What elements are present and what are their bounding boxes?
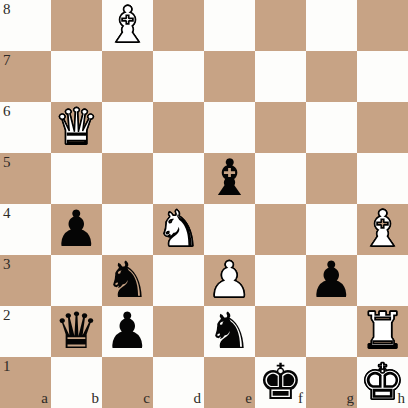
black-pawn-icon: ♟ xyxy=(105,306,150,357)
square-e8[interactable] xyxy=(204,0,255,51)
square-b8[interactable] xyxy=(51,0,102,51)
square-f8[interactable] xyxy=(255,0,306,51)
square-g4[interactable] xyxy=(306,204,357,255)
piece-black-knight[interactable]: ♞ xyxy=(102,255,153,306)
square-g7[interactable] xyxy=(306,51,357,102)
black-bishop-icon: ♝ xyxy=(207,153,252,204)
white-rook-icon: ♜ xyxy=(360,306,405,357)
square-d3[interactable] xyxy=(153,255,204,306)
piece-black-bishop[interactable]: ♝ xyxy=(204,153,255,204)
square-d1[interactable] xyxy=(153,357,204,408)
square-e5[interactable]: ♝ xyxy=(204,153,255,204)
square-e2[interactable]: ♞ xyxy=(204,306,255,357)
square-a7[interactable] xyxy=(0,51,51,102)
square-h6[interactable] xyxy=(357,102,408,153)
white-pawn-icon: ♟ xyxy=(207,255,252,306)
square-g6[interactable] xyxy=(306,102,357,153)
square-e3[interactable]: ♟ xyxy=(204,255,255,306)
square-g5[interactable] xyxy=(306,153,357,204)
black-knight-icon: ♞ xyxy=(207,306,252,357)
square-d7[interactable] xyxy=(153,51,204,102)
piece-black-knight[interactable]: ♞ xyxy=(204,306,255,357)
square-a5[interactable] xyxy=(0,153,51,204)
square-h2[interactable]: ♜ xyxy=(357,306,408,357)
piece-black-pawn[interactable]: ♟ xyxy=(51,204,102,255)
black-king-icon: ♚ xyxy=(258,357,303,408)
piece-black-king[interactable]: ♚ xyxy=(255,357,306,408)
white-bishop-icon: ♝ xyxy=(105,0,150,51)
square-d5[interactable] xyxy=(153,153,204,204)
square-b4[interactable]: ♟ xyxy=(51,204,102,255)
square-b7[interactable] xyxy=(51,51,102,102)
square-d4[interactable]: ♞ xyxy=(153,204,204,255)
piece-white-bishop[interactable]: ♝ xyxy=(357,204,408,255)
black-pawn-icon: ♟ xyxy=(54,204,99,255)
square-a3[interactable] xyxy=(0,255,51,306)
square-g1[interactable] xyxy=(306,357,357,408)
square-e6[interactable] xyxy=(204,102,255,153)
square-a2[interactable] xyxy=(0,306,51,357)
square-d2[interactable] xyxy=(153,306,204,357)
white-queen-icon: ♛ xyxy=(54,102,99,153)
square-e1[interactable] xyxy=(204,357,255,408)
square-c7[interactable] xyxy=(102,51,153,102)
square-g8[interactable] xyxy=(306,0,357,51)
chess-board: ♝♛♝♟♞♝♞♟♟♛♟♞♜♚♚87654321abcdefgh xyxy=(0,0,408,408)
square-a1[interactable] xyxy=(0,357,51,408)
square-b6[interactable]: ♛ xyxy=(51,102,102,153)
square-f5[interactable] xyxy=(255,153,306,204)
square-b3[interactable] xyxy=(51,255,102,306)
square-f3[interactable] xyxy=(255,255,306,306)
black-queen-icon: ♛ xyxy=(54,306,99,357)
square-h5[interactable] xyxy=(357,153,408,204)
piece-white-king[interactable]: ♚ xyxy=(357,357,408,408)
square-f6[interactable] xyxy=(255,102,306,153)
square-a4[interactable] xyxy=(0,204,51,255)
white-king-icon: ♚ xyxy=(360,357,405,408)
square-h3[interactable] xyxy=(357,255,408,306)
square-f1[interactable]: ♚ xyxy=(255,357,306,408)
black-knight-icon: ♞ xyxy=(105,255,150,306)
piece-white-rook[interactable]: ♜ xyxy=(357,306,408,357)
square-e4[interactable] xyxy=(204,204,255,255)
square-h4[interactable]: ♝ xyxy=(357,204,408,255)
piece-white-bishop[interactable]: ♝ xyxy=(102,0,153,51)
piece-white-queen[interactable]: ♛ xyxy=(51,102,102,153)
square-b1[interactable] xyxy=(51,357,102,408)
square-b2[interactable]: ♛ xyxy=(51,306,102,357)
square-c5[interactable] xyxy=(102,153,153,204)
square-f7[interactable] xyxy=(255,51,306,102)
square-b5[interactable] xyxy=(51,153,102,204)
square-c2[interactable]: ♟ xyxy=(102,306,153,357)
square-f4[interactable] xyxy=(255,204,306,255)
square-c8[interactable]: ♝ xyxy=(102,0,153,51)
square-d8[interactable] xyxy=(153,0,204,51)
square-c4[interactable] xyxy=(102,204,153,255)
square-f2[interactable] xyxy=(255,306,306,357)
square-g2[interactable] xyxy=(306,306,357,357)
square-c6[interactable] xyxy=(102,102,153,153)
square-d6[interactable] xyxy=(153,102,204,153)
square-e7[interactable] xyxy=(204,51,255,102)
square-h8[interactable] xyxy=(357,0,408,51)
white-knight-icon: ♞ xyxy=(156,204,201,255)
square-c1[interactable] xyxy=(102,357,153,408)
white-bishop-icon: ♝ xyxy=(360,204,405,255)
black-pawn-icon: ♟ xyxy=(309,255,354,306)
board-squares: ♝♛♝♟♞♝♞♟♟♛♟♞♜♚♚ xyxy=(0,0,408,408)
square-h1[interactable]: ♚ xyxy=(357,357,408,408)
square-a8[interactable] xyxy=(0,0,51,51)
piece-black-pawn[interactable]: ♟ xyxy=(306,255,357,306)
piece-white-knight[interactable]: ♞ xyxy=(153,204,204,255)
piece-black-pawn[interactable]: ♟ xyxy=(102,306,153,357)
square-g3[interactable]: ♟ xyxy=(306,255,357,306)
square-a6[interactable] xyxy=(0,102,51,153)
square-c3[interactable]: ♞ xyxy=(102,255,153,306)
square-h7[interactable] xyxy=(357,51,408,102)
piece-black-queen[interactable]: ♛ xyxy=(51,306,102,357)
piece-white-pawn[interactable]: ♟ xyxy=(204,255,255,306)
